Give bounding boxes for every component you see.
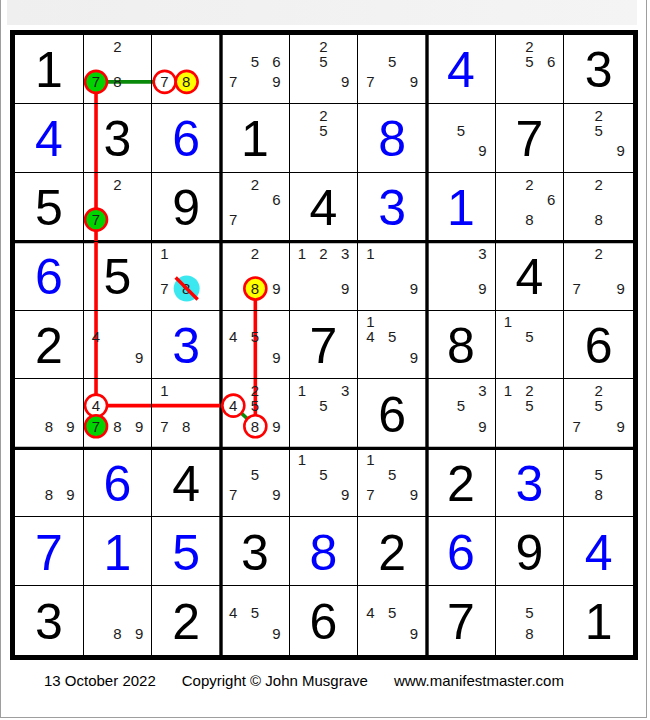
elimination-strike	[176, 278, 198, 300]
footer-date: 13 October 2022	[44, 672, 156, 689]
page: { "game": "sudoku", "position": "1.....4…	[0, 0, 650, 720]
footer: 13 October 2022 Copyright © John Musgrav…	[44, 672, 564, 689]
sudoku-board: 1278785679259579425634361258597259527926…	[10, 30, 638, 660]
footer-copyright: Copyright © John Musgrave	[182, 672, 368, 689]
footer-website: www.manifestmaster.com	[394, 672, 564, 689]
chain-overlay-over	[10, 30, 638, 660]
title-bar	[7, 0, 637, 25]
